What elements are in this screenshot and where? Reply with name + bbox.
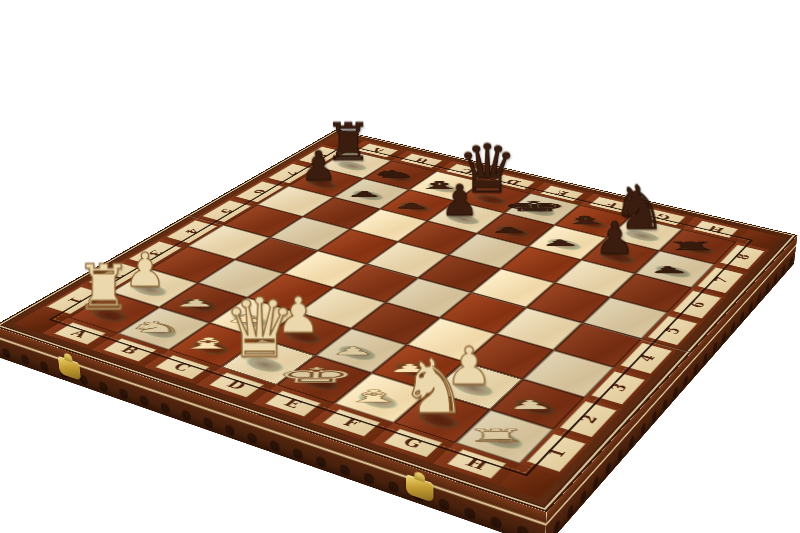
- board-grid: ABCDEFGH8♜♞♝♛♚♝♞♜87♟♟♟♟♟♟♟♟7665544332♟♟♟…: [14, 135, 782, 499]
- piece-white-bishop[interactable]: ♝: [340, 388, 407, 405]
- piece-white-queen[interactable]: ♛: [222, 286, 296, 368]
- piece-black-pawn[interactable]: ♟: [301, 146, 338, 187]
- coordinate-label: D: [223, 378, 250, 392]
- coordinate-label: B: [117, 343, 143, 356]
- coordinate-label: A: [67, 327, 92, 339]
- piece-black-pawn[interactable]: ♟: [540, 238, 581, 247]
- piece-black-pawn[interactable]: ♟: [392, 202, 430, 210]
- piece-white-pawn[interactable]: ♟: [173, 298, 218, 308]
- square-f6[interactable]: [500, 246, 581, 283]
- piece-white-rook[interactable]: ♜: [463, 427, 529, 445]
- piece-black-pawn[interactable]: ♟: [489, 226, 529, 234]
- piece-black-knight[interactable]: ♞: [368, 169, 418, 179]
- piece-white-rook[interactable]: ♜: [76, 256, 132, 319]
- coordinate-label: E: [553, 189, 571, 198]
- brass-clasp-icon: [58, 356, 81, 381]
- piece-white-knight[interactable]: ♞: [400, 349, 468, 424]
- piece-black-pawn[interactable]: ♟: [647, 265, 691, 274]
- chess-board: ABCDEFGH8♜♞♝♛♚♝♞♜87♟♟♟♟♟♟♟♟7665544332♟♟♟…: [0, 129, 798, 512]
- coordinate-label: 6: [685, 299, 709, 309]
- border-corner: [14, 308, 69, 333]
- scene: ABCDEFGH8♜♞♝♛♚♝♞♜87♟♟♟♟♟♟♟♟7665544332♟♟♟…: [126, 0, 710, 533]
- coordinate-label: C: [169, 360, 195, 373]
- coordinate-label: G: [399, 435, 426, 451]
- coordinate-label: 5: [216, 207, 237, 215]
- coordinate-label: E: [280, 396, 306, 410]
- coordinate-label: 7: [709, 275, 732, 284]
- coordinate-label: B: [412, 157, 431, 165]
- coordinate-label: 2: [575, 413, 602, 426]
- coordinate-label: 5: [660, 325, 685, 336]
- piece-white-pawn[interactable]: ♟: [505, 399, 554, 412]
- coordinate-label: 8: [731, 252, 754, 261]
- coordinate-label: 1: [543, 446, 571, 460]
- coordinate-label: 4: [181, 227, 203, 235]
- coordinate-label: 7: [281, 170, 301, 177]
- coordinate-label: H: [705, 224, 726, 234]
- coordinate-label: F: [339, 415, 364, 430]
- photo-background: ABCDEFGH8♜♞♝♛♚♝♞♜87♟♟♟♟♟♟♟♟7665544332♟♟♟…: [0, 0, 800, 533]
- coordinate-label: 6: [250, 188, 271, 195]
- piece-white-pawn[interactable]: ♟: [330, 346, 376, 357]
- coordinate-label: 4: [634, 352, 660, 363]
- brass-clasp-icon: [405, 474, 432, 503]
- piece-black-pawn[interactable]: ♟: [594, 215, 634, 260]
- piece-black-pawn[interactable]: ♟: [440, 179, 478, 222]
- coordinate-label: H: [462, 455, 491, 472]
- piece-black-rook[interactable]: ♜: [663, 240, 719, 251]
- piece-black-pawn[interactable]: ♟: [346, 190, 384, 198]
- coordinate-label: 3: [605, 382, 631, 394]
